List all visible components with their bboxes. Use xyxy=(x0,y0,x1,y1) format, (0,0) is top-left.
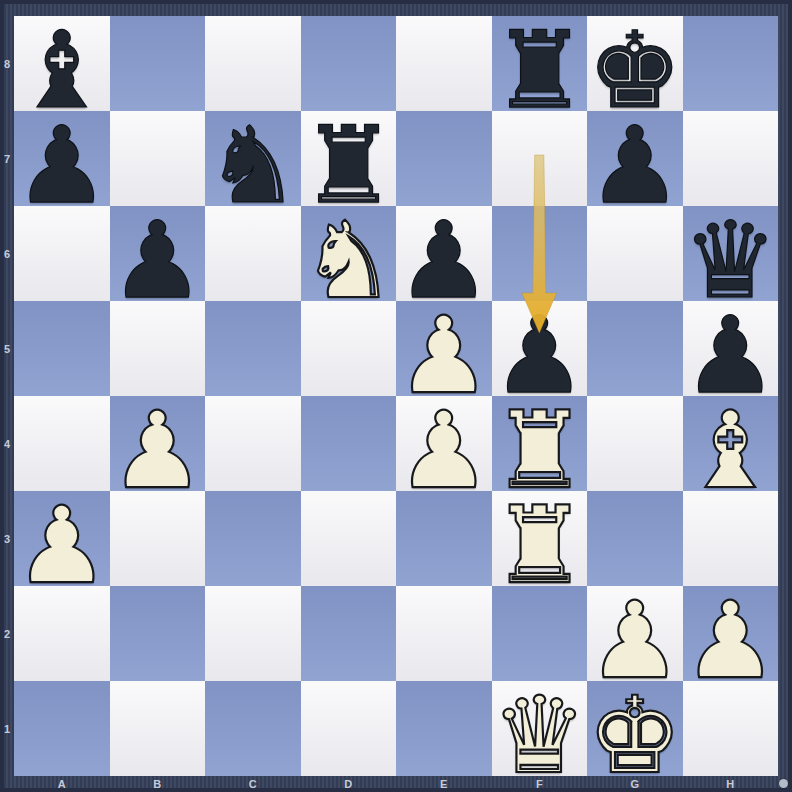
piece-black-knight-c7[interactable]: ♞ xyxy=(205,113,300,219)
square-h5[interactable]: ♟ xyxy=(683,301,779,396)
square-e4[interactable]: ♟ xyxy=(396,396,492,491)
rank-label-3: 3 xyxy=(0,491,14,586)
square-g1[interactable]: ♚ xyxy=(587,681,683,776)
square-g4[interactable] xyxy=(587,396,683,491)
piece-white-rook-f3[interactable]: ♜ xyxy=(492,493,587,599)
square-a7[interactable]: ♟ xyxy=(14,111,110,206)
square-a1[interactable] xyxy=(14,681,110,776)
square-e7[interactable] xyxy=(396,111,492,206)
piece-black-rook-f8[interactable]: ♜ xyxy=(492,18,587,124)
square-h4[interactable]: ♝ xyxy=(683,396,779,491)
square-g5[interactable] xyxy=(587,301,683,396)
file-label-h: H xyxy=(683,776,779,792)
piece-white-pawn-b4[interactable]: ♟ xyxy=(110,398,205,504)
square-e1[interactable] xyxy=(396,681,492,776)
square-f1[interactable]: ♛ xyxy=(492,681,588,776)
square-a3[interactable]: ♟ xyxy=(14,491,110,586)
square-a4[interactable] xyxy=(14,396,110,491)
file-label-b: B xyxy=(110,776,206,792)
square-b6[interactable]: ♟ xyxy=(110,206,206,301)
rank-label-1: 1 xyxy=(0,681,14,776)
square-f8[interactable]: ♜ xyxy=(492,16,588,111)
square-e6[interactable]: ♟ xyxy=(396,206,492,301)
square-d6[interactable]: ♞ xyxy=(301,206,397,301)
file-label-e: E xyxy=(396,776,492,792)
piece-white-queen-f1[interactable]: ♛ xyxy=(492,683,587,789)
square-b8[interactable] xyxy=(110,16,206,111)
piece-white-pawn-h2[interactable]: ♟ xyxy=(683,588,778,694)
rank-label-8: 8 xyxy=(0,16,14,111)
square-c7[interactable]: ♞ xyxy=(205,111,301,206)
square-a5[interactable] xyxy=(14,301,110,396)
board: ♝♜♚♟♞♜♟♟♞♟♛♟♟♟♟♟♜♝♟♜♟♟♛♚ xyxy=(14,16,778,776)
square-f6[interactable] xyxy=(492,206,588,301)
piece-black-pawn-b6[interactable]: ♟ xyxy=(110,208,205,314)
file-labels: ABCDEFGH xyxy=(14,776,778,792)
square-h2[interactable]: ♟ xyxy=(683,586,779,681)
rank-label-6: 6 xyxy=(0,206,14,301)
square-h8[interactable] xyxy=(683,16,779,111)
rank-label-7: 7 xyxy=(0,111,14,206)
square-c1[interactable] xyxy=(205,681,301,776)
square-g3[interactable] xyxy=(587,491,683,586)
square-g7[interactable]: ♟ xyxy=(587,111,683,206)
rank-labels: 87654321 xyxy=(0,16,14,776)
square-e2[interactable] xyxy=(396,586,492,681)
square-d2[interactable] xyxy=(301,586,397,681)
square-c5[interactable] xyxy=(205,301,301,396)
rank-label-4: 4 xyxy=(0,396,14,491)
piece-white-knight-d6[interactable]: ♞ xyxy=(301,208,396,314)
file-label-a: A xyxy=(14,776,110,792)
file-label-c: C xyxy=(205,776,301,792)
square-f4[interactable]: ♜ xyxy=(492,396,588,491)
square-h7[interactable] xyxy=(683,111,779,206)
piece-black-pawn-a7[interactable]: ♟ xyxy=(14,113,109,219)
square-d7[interactable]: ♜ xyxy=(301,111,397,206)
square-a8[interactable]: ♝ xyxy=(14,16,110,111)
piece-white-bishop-h4[interactable]: ♝ xyxy=(683,398,778,504)
square-d1[interactable] xyxy=(301,681,397,776)
square-b2[interactable] xyxy=(110,586,206,681)
piece-white-king-g1[interactable]: ♚ xyxy=(587,683,682,789)
square-d4[interactable] xyxy=(301,396,397,491)
square-c4[interactable] xyxy=(205,396,301,491)
square-b7[interactable] xyxy=(110,111,206,206)
square-c8[interactable] xyxy=(205,16,301,111)
chessboard-frame: 87654321 ♝♜♚♟♞♜♟♟♞♟♛♟♟♟♟♟♜♝♟♜♟♟♛♚ ABCDEF… xyxy=(0,0,792,792)
piece-white-pawn-a3[interactable]: ♟ xyxy=(14,493,109,599)
square-h6[interactable]: ♛ xyxy=(683,206,779,301)
square-e5[interactable]: ♟ xyxy=(396,301,492,396)
file-label-d: D xyxy=(301,776,397,792)
square-c2[interactable] xyxy=(205,586,301,681)
rank-label-2: 2 xyxy=(0,586,14,681)
square-b1[interactable] xyxy=(110,681,206,776)
square-d8[interactable] xyxy=(301,16,397,111)
square-b4[interactable]: ♟ xyxy=(110,396,206,491)
rank-label-5: 5 xyxy=(0,301,14,396)
piece-black-pawn-g7[interactable]: ♟ xyxy=(587,113,682,219)
file-label-f: F xyxy=(492,776,588,792)
square-g8[interactable]: ♚ xyxy=(587,16,683,111)
square-f3[interactable]: ♜ xyxy=(492,491,588,586)
square-c3[interactable] xyxy=(205,491,301,586)
file-label-g: G xyxy=(587,776,683,792)
square-f5[interactable]: ♟ xyxy=(492,301,588,396)
square-d3[interactable] xyxy=(301,491,397,586)
piece-white-pawn-e4[interactable]: ♟ xyxy=(396,398,491,504)
square-e8[interactable] xyxy=(396,16,492,111)
resize-dot xyxy=(779,779,788,788)
square-g2[interactable]: ♟ xyxy=(587,586,683,681)
